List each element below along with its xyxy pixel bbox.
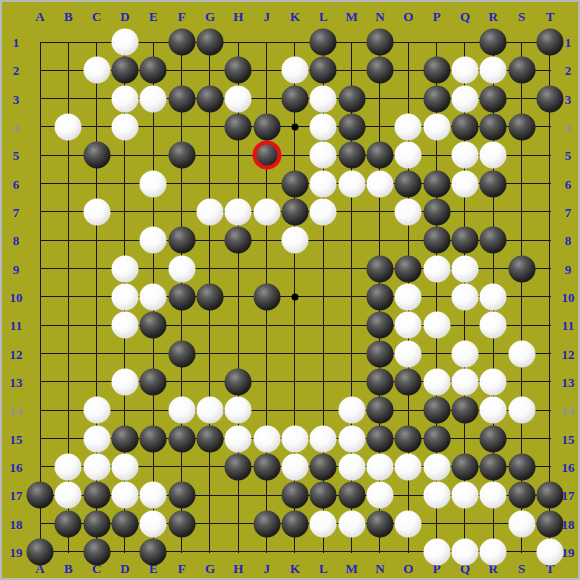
row-label-left: 12 [10, 347, 23, 360]
stone-black[interactable] [423, 198, 450, 225]
stone-white[interactable] [338, 425, 365, 452]
stone-white[interactable] [225, 85, 252, 112]
column-label-top: H [233, 10, 243, 23]
stone-black[interactable] [366, 142, 393, 169]
column-label-top: M [346, 10, 358, 23]
stone-white[interactable] [281, 453, 308, 480]
stone-white[interactable] [281, 57, 308, 84]
stone-black[interactable] [508, 453, 535, 480]
stone-black[interactable] [366, 283, 393, 310]
stone-white[interactable] [83, 397, 110, 424]
stone-white[interactable] [111, 113, 138, 140]
column-label-top: A [35, 10, 44, 23]
stone-black[interactable] [536, 482, 563, 509]
stone-black[interactable] [310, 453, 337, 480]
stone-black[interactable] [508, 57, 535, 84]
stone-black[interactable] [253, 283, 280, 310]
hoshi-point [291, 293, 298, 300]
stone-black[interactable] [395, 255, 422, 282]
stone-black[interactable] [168, 142, 195, 169]
stone-black[interactable] [536, 29, 563, 56]
stone-black[interactable] [366, 425, 393, 452]
stone-black[interactable] [225, 113, 252, 140]
stone-black[interactable] [168, 227, 195, 254]
row-label-right: 12 [562, 347, 575, 360]
stone-black[interactable] [366, 368, 393, 395]
stone-white[interactable] [395, 312, 422, 339]
row-label-left: 2 [13, 64, 20, 77]
column-label-top: P [433, 10, 441, 23]
row-label-left: 13 [10, 375, 23, 388]
row-label-right: 9 [565, 262, 572, 275]
grid-vline [549, 42, 550, 553]
stone-black[interactable] [480, 227, 507, 254]
row-label-left: 16 [10, 460, 23, 473]
column-label-top: Q [460, 10, 470, 23]
stone-white[interactable] [480, 142, 507, 169]
stone-white[interactable] [395, 453, 422, 480]
stone-white[interactable] [338, 510, 365, 537]
column-label-bottom: B [64, 562, 73, 575]
row-label-right: 11 [562, 319, 574, 332]
stone-black[interactable] [338, 482, 365, 509]
stone-white[interactable] [395, 142, 422, 169]
stone-white[interactable] [196, 198, 223, 225]
row-label-right: 3 [565, 92, 572, 105]
stone-black[interactable] [310, 482, 337, 509]
row-label-right: 2 [565, 64, 572, 77]
stone-white[interactable] [338, 397, 365, 424]
column-label-top: R [489, 10, 498, 23]
stone-white[interactable] [451, 85, 478, 112]
stone-white[interactable] [225, 425, 252, 452]
stone-white[interactable] [83, 57, 110, 84]
stone-white[interactable] [366, 482, 393, 509]
row-label-left: 14 [10, 404, 23, 417]
stone-white[interactable] [480, 538, 507, 565]
row-label-left: 10 [10, 290, 23, 303]
row-label-left: 18 [10, 517, 23, 530]
stone-white[interactable] [310, 170, 337, 197]
stone-black[interactable] [338, 85, 365, 112]
stone-white[interactable] [55, 453, 82, 480]
stone-white[interactable] [140, 227, 167, 254]
stone-black[interactable] [27, 482, 54, 509]
stone-white[interactable] [225, 397, 252, 424]
column-label-top: K [290, 10, 300, 23]
row-label-left: 1 [13, 36, 20, 49]
stone-white[interactable] [423, 538, 450, 565]
stone-black[interactable] [196, 29, 223, 56]
stone-white[interactable] [480, 482, 507, 509]
row-label-right: 1 [565, 36, 572, 49]
stone-white[interactable] [140, 482, 167, 509]
stone-white[interactable] [480, 368, 507, 395]
stone-black[interactable] [27, 538, 54, 565]
stone-white[interactable] [480, 283, 507, 310]
stone-black[interactable] [395, 170, 422, 197]
stone-white[interactable] [310, 142, 337, 169]
stone-black[interactable] [196, 85, 223, 112]
stone-white[interactable] [395, 340, 422, 367]
column-label-top: G [205, 10, 215, 23]
row-label-left: 9 [13, 262, 20, 275]
column-label-bottom: H [233, 562, 243, 575]
stone-white[interactable] [55, 482, 82, 509]
stone-white[interactable] [451, 538, 478, 565]
stone-black[interactable] [366, 397, 393, 424]
row-label-right: 5 [565, 149, 572, 162]
stone-black[interactable] [366, 340, 393, 367]
stone-black[interactable] [196, 425, 223, 452]
stone-black[interactable] [281, 85, 308, 112]
stone-black[interactable] [225, 227, 252, 254]
stone-black[interactable] [366, 255, 393, 282]
column-label-bottom: J [263, 562, 270, 575]
column-label-top: E [149, 10, 158, 23]
column-label-top: J [263, 10, 270, 23]
stone-white[interactable] [140, 283, 167, 310]
row-label-right: 13 [562, 375, 575, 388]
stone-white[interactable] [451, 368, 478, 395]
stone-white[interactable] [536, 538, 563, 565]
stone-white[interactable] [451, 170, 478, 197]
column-label-bottom: K [290, 562, 300, 575]
stone-white[interactable] [423, 368, 450, 395]
column-label-top: L [319, 10, 328, 23]
column-label-bottom: O [403, 562, 413, 575]
stone-white[interactable] [508, 510, 535, 537]
stone-black[interactable] [253, 510, 280, 537]
column-label-bottom: M [346, 562, 358, 575]
row-label-left: 5 [13, 149, 20, 162]
stone-black[interactable] [111, 510, 138, 537]
stone-black[interactable] [480, 170, 507, 197]
stone-white[interactable] [338, 170, 365, 197]
row-label-right: 15 [562, 432, 575, 445]
stone-black[interactable] [395, 368, 422, 395]
stone-black[interactable] [281, 170, 308, 197]
stone-black[interactable] [423, 57, 450, 84]
stone-black[interactable] [168, 340, 195, 367]
column-label-top: O [403, 10, 413, 23]
stone-white[interactable] [480, 57, 507, 84]
stone-black[interactable] [480, 113, 507, 140]
column-label-bottom: N [375, 562, 384, 575]
column-label-top: B [64, 10, 73, 23]
row-label-left: 3 [13, 92, 20, 105]
stone-black[interactable] [168, 425, 195, 452]
column-label-top: D [120, 10, 129, 23]
stone-white[interactable] [196, 397, 223, 424]
stone-white[interactable] [140, 170, 167, 197]
stone-black[interactable] [366, 29, 393, 56]
column-label-bottom: S [518, 562, 525, 575]
stone-black[interactable] [83, 510, 110, 537]
stone-white[interactable] [140, 85, 167, 112]
stone-white[interactable] [395, 198, 422, 225]
stone-white[interactable] [111, 29, 138, 56]
stone-white[interactable] [111, 85, 138, 112]
stone-white[interactable] [111, 255, 138, 282]
stone-white[interactable] [111, 312, 138, 339]
stone-black[interactable] [366, 57, 393, 84]
stone-white[interactable] [310, 425, 337, 452]
row-label-right: 14 [562, 404, 575, 417]
stone-white[interactable] [140, 510, 167, 537]
stone-white[interactable] [55, 113, 82, 140]
stone-white[interactable] [168, 255, 195, 282]
stone-black[interactable] [168, 510, 195, 537]
stone-white[interactable] [508, 397, 535, 424]
stone-black[interactable] [140, 368, 167, 395]
stone-black[interactable] [253, 453, 280, 480]
stone-black[interactable] [508, 255, 535, 282]
stone-white[interactable] [310, 510, 337, 537]
stone-black[interactable] [83, 482, 110, 509]
grid-vline [40, 42, 41, 553]
stone-black[interactable] [451, 397, 478, 424]
stone-white[interactable] [310, 85, 337, 112]
stone-white[interactable] [480, 312, 507, 339]
stone-black[interactable] [480, 425, 507, 452]
stone-white[interactable] [111, 482, 138, 509]
stone-black[interactable] [281, 198, 308, 225]
column-label-top: S [518, 10, 525, 23]
stone-black[interactable] [140, 312, 167, 339]
stone-white[interactable] [423, 255, 450, 282]
column-label-bottom: F [178, 562, 186, 575]
stone-black[interactable] [281, 482, 308, 509]
row-label-left: 6 [13, 177, 20, 190]
stone-black[interactable] [310, 29, 337, 56]
stone-white[interactable] [423, 482, 450, 509]
stone-white[interactable] [310, 113, 337, 140]
stone-black[interactable] [423, 227, 450, 254]
row-label-right: 6 [565, 177, 572, 190]
stone-black[interactable] [423, 425, 450, 452]
stone-white[interactable] [366, 453, 393, 480]
row-label-left: 11 [10, 319, 22, 332]
row-label-right: 10 [562, 290, 575, 303]
stone-white[interactable] [451, 283, 478, 310]
stone-black[interactable] [140, 57, 167, 84]
stone-white[interactable] [225, 198, 252, 225]
stone-black[interactable] [140, 425, 167, 452]
stone-black[interactable] [366, 312, 393, 339]
stone-white[interactable] [111, 368, 138, 395]
stone-white[interactable] [83, 198, 110, 225]
stone-black[interactable] [196, 283, 223, 310]
stone-black[interactable] [168, 29, 195, 56]
stone-white[interactable] [423, 453, 450, 480]
column-label-top: F [178, 10, 186, 23]
stone-black[interactable] [111, 57, 138, 84]
stone-black[interactable] [310, 57, 337, 84]
row-label-left: 4 [13, 120, 20, 133]
column-label-bottom: G [205, 562, 215, 575]
stone-white[interactable] [395, 510, 422, 537]
stone-white[interactable] [451, 482, 478, 509]
stone-black[interactable] [508, 482, 535, 509]
stone-white[interactable] [83, 453, 110, 480]
stone-black[interactable] [536, 510, 563, 537]
stone-black[interactable] [338, 142, 365, 169]
stone-black[interactable] [140, 538, 167, 565]
stone-white[interactable] [253, 425, 280, 452]
stone-black[interactable] [536, 85, 563, 112]
stone-black[interactable] [366, 510, 393, 537]
stone-white[interactable] [281, 227, 308, 254]
stone-black[interactable] [168, 85, 195, 112]
row-label-left: 17 [10, 489, 23, 502]
row-label-right: 8 [565, 234, 572, 247]
stone-black[interactable] [253, 113, 280, 140]
row-label-right: 16 [562, 460, 575, 473]
row-label-right: 4 [565, 120, 572, 133]
stone-white[interactable] [423, 113, 450, 140]
stone-white[interactable] [111, 283, 138, 310]
stone-black[interactable] [451, 113, 478, 140]
stone-black[interactable] [480, 453, 507, 480]
stone-black[interactable] [225, 453, 252, 480]
hoshi-point [291, 123, 298, 130]
stone-black[interactable] [111, 425, 138, 452]
stone-black[interactable] [168, 482, 195, 509]
stone-white[interactable] [508, 340, 535, 367]
stone-black[interactable] [225, 57, 252, 84]
stone-black[interactable] [338, 113, 365, 140]
row-label-left: 19 [10, 545, 23, 558]
stone-white[interactable] [366, 170, 393, 197]
column-label-bottom: D [120, 562, 129, 575]
stone-white[interactable] [338, 453, 365, 480]
stone-black[interactable] [55, 510, 82, 537]
row-label-left: 7 [13, 205, 20, 218]
column-label-bottom: L [319, 562, 328, 575]
stone-black[interactable] [395, 425, 422, 452]
row-label-left: 15 [10, 432, 23, 445]
stone-white[interactable] [451, 340, 478, 367]
stone-white[interactable] [451, 57, 478, 84]
stone-white[interactable] [168, 397, 195, 424]
stone-white[interactable] [111, 453, 138, 480]
stone-black[interactable] [480, 29, 507, 56]
column-label-top: N [375, 10, 384, 23]
stone-black[interactable] [451, 227, 478, 254]
stone-white[interactable] [395, 113, 422, 140]
column-label-top: C [92, 10, 101, 23]
stone-white[interactable] [395, 283, 422, 310]
stone-black[interactable] [508, 113, 535, 140]
stone-white[interactable] [253, 198, 280, 225]
stone-white[interactable] [480, 397, 507, 424]
stone-white[interactable] [83, 425, 110, 452]
stone-black[interactable] [168, 283, 195, 310]
stone-black[interactable] [480, 85, 507, 112]
column-label-top: T [546, 10, 555, 23]
stone-black[interactable] [423, 397, 450, 424]
row-label-right: 7 [565, 205, 572, 218]
stone-black[interactable] [83, 538, 110, 565]
stone-white[interactable] [423, 312, 450, 339]
stone-black[interactable] [451, 453, 478, 480]
stone-black[interactable] [225, 368, 252, 395]
stone-white[interactable] [451, 255, 478, 282]
row-label-left: 8 [13, 234, 20, 247]
last-move-marker [252, 141, 281, 170]
stone-white[interactable] [451, 142, 478, 169]
stone-black[interactable] [423, 170, 450, 197]
stone-black[interactable] [83, 142, 110, 169]
stone-white[interactable] [310, 198, 337, 225]
stone-black[interactable] [281, 510, 308, 537]
stone-black[interactable] [423, 85, 450, 112]
stone-white[interactable] [281, 425, 308, 452]
go-board: AABBCCDDEEFFGGHHJJKKLLMMNNOOPPQQRRSSTT11… [0, 0, 580, 580]
